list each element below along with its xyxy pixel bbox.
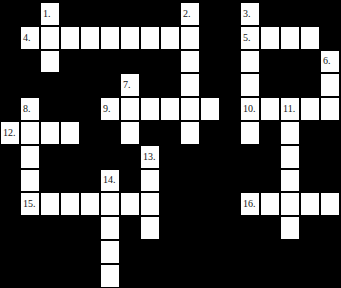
white-cell-r1c5[interactable] [100,26,120,50]
white-cell-r4c5[interactable]: 9. [100,97,120,121]
white-cell-r3c16[interactable] [320,73,340,97]
white-cell-r5c0[interactable]: 12. [0,121,20,145]
black-cell-r0c10 [200,2,220,26]
black-cell-r0c16 [320,2,340,26]
black-cell-r10c13 [260,240,280,264]
clue-number: 4. [21,33,31,43]
black-cell-r5c16 [320,121,340,145]
clue-number: 14. [101,175,116,185]
black-cell-r4c3 [60,97,80,121]
white-cell-r4c15[interactable] [300,97,320,121]
white-cell-r0c12[interactable]: 3. [240,2,260,26]
black-cell-r2c8 [160,50,180,74]
black-cell-r7c8 [160,169,180,193]
black-cell-r7c13 [260,169,280,193]
black-cell-r10c12 [240,240,260,264]
black-cell-r6c2 [40,145,60,169]
black-cell-r6c12 [240,145,260,169]
black-cell-r11c14 [280,264,300,288]
clue-number: 15. [21,199,36,209]
black-cell-r10c9 [180,240,200,264]
black-cell-r3c2 [40,73,60,97]
white-cell-r9c7[interactable] [140,216,160,240]
white-cell-r6c1[interactable] [20,145,40,169]
black-cell-r3c13 [260,73,280,97]
clue-number: 7. [121,80,131,90]
white-cell-r1c6[interactable] [120,26,140,50]
black-cell-r9c13 [260,216,280,240]
white-cell-r2c2[interactable] [40,50,60,74]
black-cell-r4c4 [80,97,100,121]
black-cell-r11c2 [40,264,60,288]
white-cell-r4c1[interactable]: 8. [20,97,40,121]
white-cell-r1c2[interactable] [40,26,60,50]
black-cell-r4c11 [220,97,240,121]
white-cell-r8c5[interactable] [100,192,120,216]
black-cell-r2c4 [80,50,100,74]
black-cell-r10c4 [80,240,100,264]
black-cell-r11c15 [300,264,320,288]
clue-number: 5. [241,33,251,43]
black-cell-r7c16 [320,169,340,193]
black-cell-r4c0 [0,97,20,121]
black-cell-r0c14 [280,2,300,26]
black-cell-r6c11 [220,145,240,169]
black-cell-r9c16 [320,216,340,240]
white-cell-r4c14[interactable]: 11. [280,97,300,121]
black-cell-r8c9 [180,192,200,216]
black-cell-r6c10 [200,145,220,169]
black-cell-r8c8 [160,192,180,216]
white-cell-r8c13[interactable] [260,192,280,216]
black-cell-r5c15 [300,121,320,145]
black-cell-r5c8 [160,121,180,145]
black-cell-r9c10 [200,216,220,240]
black-cell-r10c3 [60,240,80,264]
black-cell-r2c5 [100,50,120,74]
white-cell-r4c16[interactable] [320,97,340,121]
clue-number: 11. [281,104,295,114]
white-cell-r2c12[interactable] [240,50,260,74]
black-cell-r3c4 [80,73,100,97]
black-cell-r5c7 [140,121,160,145]
black-cell-r11c3 [60,264,80,288]
black-cell-r7c3 [60,169,80,193]
white-cell-r7c1[interactable] [20,169,40,193]
black-cell-r5c13 [260,121,280,145]
white-cell-r5c1[interactable] [20,121,40,145]
white-cell-r8c4[interactable] [80,192,100,216]
black-cell-r10c16 [320,240,340,264]
black-cell-r9c1 [20,216,40,240]
black-cell-r11c10 [200,264,220,288]
black-cell-r6c0 [0,145,20,169]
white-cell-r8c16[interactable] [320,192,340,216]
black-cell-r0c3 [60,2,80,26]
white-cell-r4c13[interactable] [260,97,280,121]
white-cell-r0c9[interactable]: 2. [180,2,200,26]
white-cell-r1c1[interactable]: 4. [20,26,40,50]
black-cell-r3c1 [20,73,40,97]
black-cell-r0c5 [100,2,120,26]
black-cell-r3c0 [0,73,20,97]
black-cell-r3c8 [160,73,180,97]
black-cell-r7c9 [180,169,200,193]
white-cell-r6c14[interactable] [280,145,300,169]
white-cell-r5c12[interactable] [240,121,260,145]
white-cell-r1c7[interactable] [140,26,160,50]
black-cell-r9c0 [0,216,20,240]
black-cell-r6c9 [180,145,200,169]
black-cell-r6c13 [260,145,280,169]
black-cell-r2c11 [220,50,240,74]
white-cell-r4c7[interactable] [140,97,160,121]
black-cell-r10c2 [40,240,60,264]
black-cell-r9c9 [180,216,200,240]
white-cell-r4c10[interactable] [200,97,220,121]
black-cell-r8c11 [220,192,240,216]
black-cell-r7c12 [240,169,260,193]
white-cell-r8c12[interactable]: 16. [240,192,260,216]
black-cell-r3c10 [200,73,220,97]
black-cell-r3c11 [220,73,240,97]
black-cell-r2c13 [260,50,280,74]
white-cell-r9c14[interactable] [280,216,300,240]
white-cell-r9c5[interactable] [100,216,120,240]
white-cell-r4c12[interactable]: 10. [240,97,260,121]
clue-number: 6. [321,56,331,66]
white-cell-r0c2[interactable]: 1. [40,2,60,26]
black-cell-r0c7 [140,2,160,26]
black-cell-r10c8 [160,240,180,264]
black-cell-r9c2 [40,216,60,240]
white-cell-r10c5[interactable] [100,240,120,264]
black-cell-r6c4 [80,145,100,169]
black-cell-r2c7 [140,50,160,74]
black-cell-r9c15 [300,216,320,240]
black-cell-r9c3 [60,216,80,240]
black-cell-r6c3 [60,145,80,169]
black-cell-r6c5 [100,145,120,169]
white-cell-r1c9[interactable] [180,26,200,50]
black-cell-r10c7 [140,240,160,264]
clue-number: 10. [241,104,256,114]
white-cell-r11c5[interactable] [100,264,120,288]
black-cell-r7c15 [300,169,320,193]
black-cell-r10c15 [300,240,320,264]
black-cell-r10c6 [120,240,140,264]
black-cell-r8c0 [0,192,20,216]
white-cell-r1c15[interactable] [300,26,320,50]
white-cell-r3c6[interactable]: 7. [120,73,140,97]
black-cell-r11c9 [180,264,200,288]
black-cell-r2c15 [300,50,320,74]
black-cell-r10c11 [220,240,240,264]
black-cell-r6c16 [320,145,340,169]
white-cell-r8c15[interactable] [300,192,320,216]
black-cell-r5c4 [80,121,100,145]
black-cell-r9c8 [160,216,180,240]
white-cell-r6c7[interactable]: 13. [140,145,160,169]
white-cell-r5c3[interactable] [60,121,80,145]
white-cell-r1c3[interactable] [60,26,80,50]
black-cell-r7c0 [0,169,20,193]
white-cell-r4c9[interactable] [180,97,200,121]
black-cell-r0c13 [260,2,280,26]
black-cell-r10c14 [280,240,300,264]
black-cell-r5c10 [200,121,220,145]
clue-number: 13. [141,152,156,162]
black-cell-r2c10 [200,50,220,74]
white-cell-r8c6[interactable] [120,192,140,216]
black-cell-r2c3 [60,50,80,74]
crossword-board: 1.2.3.4.5.6.7.8.9.10.11.12.13.14.15.16. [0,2,340,288]
white-cell-r5c14[interactable] [280,121,300,145]
white-cell-r7c5[interactable]: 14. [100,169,120,193]
black-cell-r3c14 [280,73,300,97]
black-cell-r9c6 [120,216,140,240]
black-cell-r2c1 [20,50,40,74]
black-cell-r0c6 [120,2,140,26]
black-cell-r0c8 [160,2,180,26]
black-cell-r4c2 [40,97,60,121]
clue-number: 8. [21,104,31,114]
black-cell-r11c12 [240,264,260,288]
white-cell-r1c14[interactable] [280,26,300,50]
clue-number: 2. [181,9,191,19]
black-cell-r11c0 [0,264,20,288]
crossword-screen: 1.2.3.4.5.6.7.8.9.10.11.12.13.14.15.16. [0,0,341,288]
white-cell-r4c8[interactable] [160,97,180,121]
clue-number: 9. [101,104,111,114]
black-cell-r11c8 [160,264,180,288]
white-cell-r8c3[interactable] [60,192,80,216]
black-cell-r3c3 [60,73,80,97]
black-cell-r2c0 [0,50,20,74]
black-cell-r7c4 [80,169,100,193]
black-cell-r10c1 [20,240,40,264]
black-cell-r9c12 [240,216,260,240]
white-cell-r7c14[interactable] [280,169,300,193]
white-cell-r8c1[interactable]: 15. [20,192,40,216]
black-cell-r3c5 [100,73,120,97]
black-cell-r6c8 [160,145,180,169]
black-cell-r10c0 [0,240,20,264]
black-cell-r2c14 [280,50,300,74]
white-cell-r3c9[interactable] [180,73,200,97]
black-cell-r1c10 [200,26,220,50]
clue-number: 1. [41,9,51,19]
black-cell-r11c11 [220,264,240,288]
black-cell-r8c10 [200,192,220,216]
black-cell-r11c16 [320,264,340,288]
black-cell-r11c7 [140,264,160,288]
black-cell-r11c13 [260,264,280,288]
clue-number: 12. [1,128,16,138]
black-cell-r9c11 [220,216,240,240]
black-cell-r1c11 [220,26,240,50]
white-cell-r4c6[interactable] [120,97,140,121]
white-cell-r2c16[interactable]: 6. [320,50,340,74]
black-cell-r1c0 [0,26,20,50]
black-cell-r10c10 [200,240,220,264]
black-cell-r7c10 [200,169,220,193]
black-cell-r3c7 [140,73,160,97]
black-cell-r3c15 [300,73,320,97]
black-cell-r0c11 [220,2,240,26]
black-cell-r0c1 [20,2,40,26]
black-cell-r1c16 [320,26,340,50]
black-cell-r7c2 [40,169,60,193]
black-cell-r9c4 [80,216,100,240]
black-cell-r0c0 [0,2,20,26]
white-cell-r1c8[interactable] [160,26,180,50]
clue-number: 16. [241,199,256,209]
white-cell-r1c4[interactable] [80,26,100,50]
white-cell-r3c12[interactable] [240,73,260,97]
black-cell-r11c1 [20,264,40,288]
white-cell-r7c7[interactable] [140,169,160,193]
black-cell-r2c6 [120,50,140,74]
white-cell-r8c14[interactable] [280,192,300,216]
white-cell-r8c2[interactable] [40,192,60,216]
black-cell-r11c6 [120,264,140,288]
black-cell-r6c6 [120,145,140,169]
white-cell-r2c9[interactable] [180,50,200,74]
black-cell-r5c11 [220,121,240,145]
white-cell-r1c13[interactable] [260,26,280,50]
black-cell-r0c4 [80,2,100,26]
white-cell-r1c12[interactable]: 5. [240,26,260,50]
black-cell-r7c11 [220,169,240,193]
white-cell-r5c6[interactable] [120,121,140,145]
black-cell-r5c5 [100,121,120,145]
black-cell-r7c6 [120,169,140,193]
black-cell-r11c4 [80,264,100,288]
white-cell-r5c9[interactable] [180,121,200,145]
white-cell-r8c7[interactable] [140,192,160,216]
white-cell-r5c2[interactable] [40,121,60,145]
black-cell-r6c15 [300,145,320,169]
black-cell-r0c15 [300,2,320,26]
clue-number: 3. [241,9,251,19]
